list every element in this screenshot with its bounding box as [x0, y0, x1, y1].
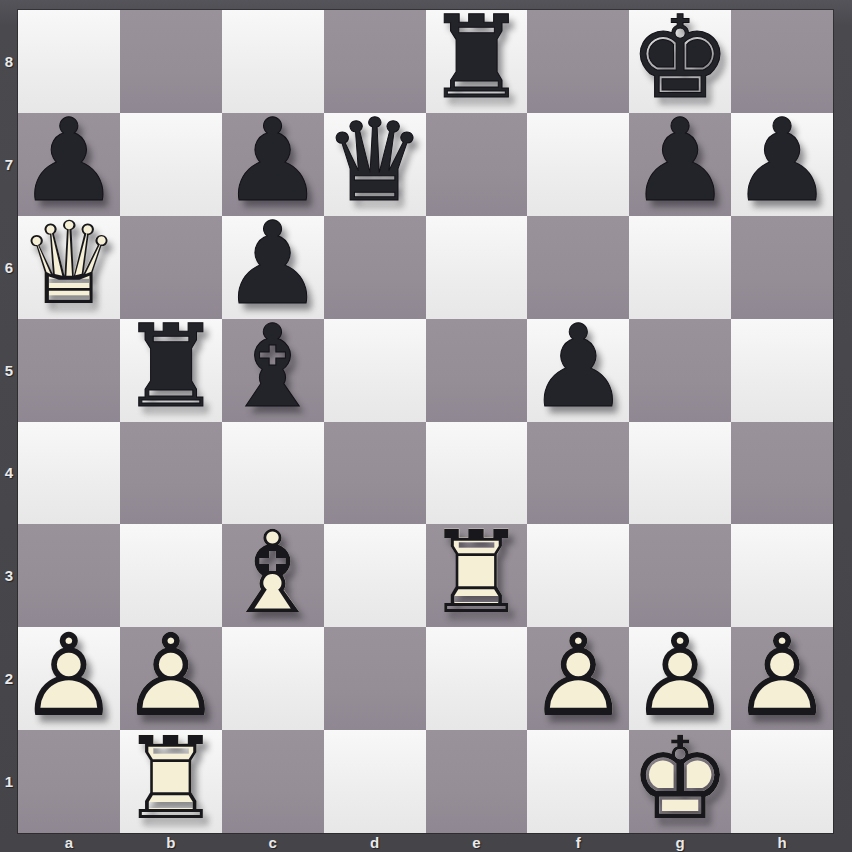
rank-label-8: 8 [0, 10, 18, 113]
square-g5[interactable] [629, 319, 731, 422]
board-frame: 87654321 abcdefgh ♜♚♟♟♛♟♟♛♕♟♜♝♟♝♗♜♖♟♙♟♙♟… [0, 0, 852, 852]
square-e3[interactable]: ♜♖ [426, 524, 528, 627]
file-labels: abcdefgh [18, 833, 833, 852]
square-h1[interactable] [731, 730, 833, 833]
square-c4[interactable] [222, 422, 324, 525]
square-g3[interactable] [629, 524, 731, 627]
square-c3[interactable]: ♝♗ [222, 524, 324, 627]
white-queen-outline-icon: ♕ [18, 213, 120, 316]
square-h2[interactable]: ♟♙ [731, 627, 833, 730]
square-h4[interactable] [731, 422, 833, 525]
square-b1[interactable]: ♜♖ [120, 730, 222, 833]
black-pawn-icon: ♟ [527, 316, 629, 419]
black-pawn-piece[interactable]: ♟ [222, 216, 324, 319]
square-e6[interactable] [426, 216, 528, 319]
square-c8[interactable] [222, 10, 324, 113]
square-e7[interactable] [426, 113, 528, 216]
white-pawn-icon: ♟ [527, 624, 629, 727]
black-pawn-icon: ♟ [629, 110, 731, 213]
file-label-c: c [222, 833, 324, 852]
square-e5[interactable] [426, 319, 528, 422]
square-h7[interactable]: ♟ [731, 113, 833, 216]
square-h5[interactable] [731, 319, 833, 422]
white-pawn-piece[interactable]: ♟♙ [731, 627, 833, 730]
square-d1[interactable] [324, 730, 426, 833]
square-h6[interactable] [731, 216, 833, 319]
square-f3[interactable] [527, 524, 629, 627]
square-c6[interactable]: ♟ [222, 216, 324, 319]
white-pawn-icon: ♟ [629, 624, 731, 727]
black-pawn-piece[interactable]: ♟ [629, 113, 731, 216]
square-e1[interactable] [426, 730, 528, 833]
rank-label-3: 3 [0, 524, 18, 627]
black-pawn-icon: ♟ [731, 110, 833, 213]
white-king-icon: ♚ [629, 727, 731, 830]
square-g7[interactable]: ♟ [629, 113, 731, 216]
white-pawn-piece[interactable]: ♟♙ [120, 627, 222, 730]
square-f6[interactable] [527, 216, 629, 319]
black-rook-piece[interactable]: ♜ [426, 10, 528, 113]
white-rook-piece[interactable]: ♜♖ [120, 730, 222, 833]
black-pawn-piece[interactable]: ♟ [731, 113, 833, 216]
square-d7[interactable]: ♛ [324, 113, 426, 216]
square-f8[interactable] [527, 10, 629, 113]
square-b5[interactable]: ♜ [120, 319, 222, 422]
square-a5[interactable] [18, 319, 120, 422]
square-h3[interactable] [731, 524, 833, 627]
square-f2[interactable]: ♟♙ [527, 627, 629, 730]
black-king-icon: ♚ [629, 7, 731, 110]
square-b2[interactable]: ♟♙ [120, 627, 222, 730]
black-bishop-icon: ♝ [222, 316, 324, 419]
white-queen-piece[interactable]: ♛♕ [18, 216, 120, 319]
square-g4[interactable] [629, 422, 731, 525]
white-king-outline-icon: ♔ [629, 727, 731, 830]
square-c1[interactable] [222, 730, 324, 833]
square-h8[interactable] [731, 10, 833, 113]
black-rook-piece[interactable]: ♜ [120, 319, 222, 422]
square-f7[interactable] [527, 113, 629, 216]
square-d8[interactable] [324, 10, 426, 113]
white-pawn-outline-icon: ♙ [629, 624, 731, 727]
white-rook-icon: ♜ [426, 521, 528, 624]
file-label-b: b [120, 833, 222, 852]
file-label-g: g [629, 833, 731, 852]
square-g6[interactable] [629, 216, 731, 319]
square-a1[interactable] [18, 730, 120, 833]
black-bishop-piece[interactable]: ♝ [222, 319, 324, 422]
black-pawn-icon: ♟ [222, 110, 324, 213]
black-queen-icon: ♛ [324, 110, 426, 213]
white-rook-outline-icon: ♖ [426, 521, 528, 624]
black-pawn-piece[interactable]: ♟ [222, 113, 324, 216]
square-a6[interactable]: ♛♕ [18, 216, 120, 319]
square-c5[interactable]: ♝ [222, 319, 324, 422]
white-pawn-outline-icon: ♙ [527, 624, 629, 727]
file-label-a: a [18, 833, 120, 852]
square-e2[interactable] [426, 627, 528, 730]
black-pawn-icon: ♟ [222, 213, 324, 316]
file-label-h: h [731, 833, 833, 852]
square-e4[interactable] [426, 422, 528, 525]
white-rook-piece[interactable]: ♜♖ [426, 524, 528, 627]
square-f1[interactable] [527, 730, 629, 833]
white-pawn-piece[interactable]: ♟♙ [18, 627, 120, 730]
rank-label-1: 1 [0, 730, 18, 833]
white-pawn-icon: ♟ [120, 624, 222, 727]
black-rook-icon: ♜ [426, 7, 528, 110]
white-pawn-outline-icon: ♙ [18, 624, 120, 727]
white-bishop-piece[interactable]: ♝♗ [222, 524, 324, 627]
white-pawn-icon: ♟ [731, 624, 833, 727]
white-bishop-outline-icon: ♗ [222, 521, 324, 624]
square-a4[interactable] [18, 422, 120, 525]
square-d6[interactable] [324, 216, 426, 319]
square-a8[interactable] [18, 10, 120, 113]
black-rook-icon: ♜ [120, 316, 222, 419]
black-queen-piece[interactable]: ♛ [324, 113, 426, 216]
rank-label-6: 6 [0, 216, 18, 319]
square-b6[interactable] [120, 216, 222, 319]
square-b7[interactable] [120, 113, 222, 216]
white-pawn-outline-icon: ♙ [731, 624, 833, 727]
file-label-d: d [324, 833, 426, 852]
chess-board: ♜♚♟♟♛♟♟♛♕♟♜♝♟♝♗♜♖♟♙♟♙♟♙♟♙♟♙♜♖♚♔ [18, 10, 833, 833]
white-pawn-piece[interactable]: ♟♙ [629, 627, 731, 730]
rank-label-2: 2 [0, 627, 18, 730]
rank-labels: 87654321 [0, 10, 18, 833]
square-f5[interactable]: ♟ [527, 319, 629, 422]
white-rook-icon: ♜ [120, 727, 222, 830]
square-b4[interactable] [120, 422, 222, 525]
file-label-e: e [426, 833, 528, 852]
white-king-piece[interactable]: ♚♔ [629, 730, 731, 833]
white-bishop-icon: ♝ [222, 521, 324, 624]
white-queen-icon: ♛ [18, 213, 120, 316]
white-rook-outline-icon: ♖ [120, 727, 222, 830]
square-b8[interactable] [120, 10, 222, 113]
white-pawn-piece[interactable]: ♟♙ [527, 627, 629, 730]
square-d4[interactable] [324, 422, 426, 525]
square-f4[interactable] [527, 422, 629, 525]
white-pawn-icon: ♟ [18, 624, 120, 727]
white-pawn-outline-icon: ♙ [120, 624, 222, 727]
square-a2[interactable]: ♟♙ [18, 627, 120, 730]
square-d5[interactable] [324, 319, 426, 422]
black-pawn-piece[interactable]: ♟ [527, 319, 629, 422]
square-g2[interactable]: ♟♙ [629, 627, 731, 730]
square-d3[interactable] [324, 524, 426, 627]
rank-label-5: 5 [0, 319, 18, 422]
square-d2[interactable] [324, 627, 426, 730]
square-c2[interactable] [222, 627, 324, 730]
square-c7[interactable]: ♟ [222, 113, 324, 216]
square-g8[interactable]: ♚ [629, 10, 731, 113]
rank-label-7: 7 [0, 113, 18, 216]
rank-label-4: 4 [0, 422, 18, 525]
square-e8[interactable]: ♜ [426, 10, 528, 113]
black-pawn-piece[interactable]: ♟ [18, 113, 120, 216]
black-king-piece[interactable]: ♚ [629, 10, 731, 113]
file-label-f: f [527, 833, 629, 852]
square-b3[interactable] [120, 524, 222, 627]
square-a3[interactable] [18, 524, 120, 627]
square-a7[interactable]: ♟ [18, 113, 120, 216]
square-g1[interactable]: ♚♔ [629, 730, 731, 833]
black-pawn-icon: ♟ [18, 110, 120, 213]
